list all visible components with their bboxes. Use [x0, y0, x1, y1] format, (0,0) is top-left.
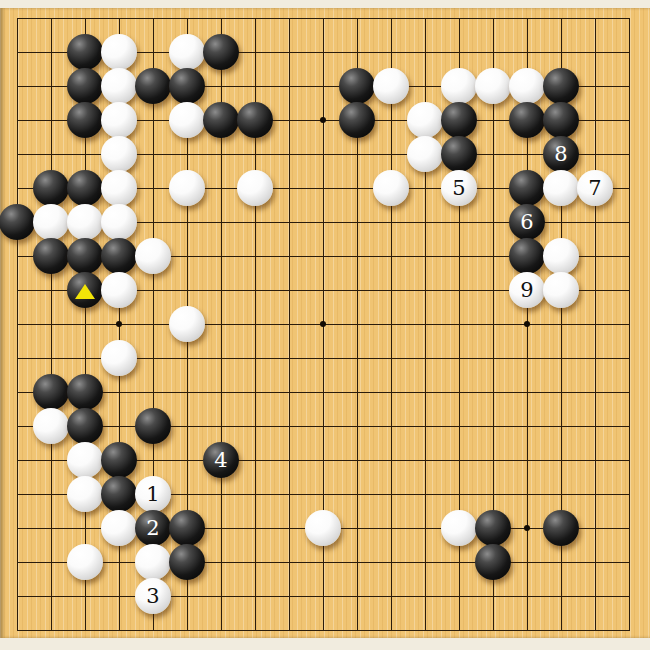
stone-white[interactable]	[101, 170, 137, 206]
stone-black[interactable]: 8	[543, 136, 579, 172]
move-number: 8	[554, 136, 567, 172]
stone-black[interactable]	[67, 34, 103, 70]
stone-black[interactable]	[135, 68, 171, 104]
stone-white[interactable]	[101, 340, 137, 376]
hoshi-point	[524, 321, 530, 327]
stone-white[interactable]: 9	[509, 272, 545, 308]
grid-vline	[595, 18, 596, 631]
stone-white[interactable]	[475, 68, 511, 104]
hoshi-point	[320, 321, 326, 327]
stone-white[interactable]	[135, 238, 171, 274]
stone-white[interactable]	[441, 510, 477, 546]
stone-black[interactable]	[543, 102, 579, 138]
stone-white[interactable]	[373, 68, 409, 104]
stone-black[interactable]	[67, 272, 103, 308]
stone-white[interactable]	[101, 34, 137, 70]
board-frame: 857694123	[0, 0, 650, 650]
stone-black[interactable]	[67, 68, 103, 104]
stone-black[interactable]	[33, 374, 69, 410]
stone-black[interactable]	[67, 408, 103, 444]
stone-black[interactable]	[339, 68, 375, 104]
grid-vline	[289, 18, 290, 631]
stone-white[interactable]: 7	[577, 170, 613, 206]
grid-vline	[629, 18, 630, 631]
move-number: 9	[520, 272, 533, 308]
stone-black[interactable]: 6	[509, 204, 545, 240]
stone-white[interactable]	[441, 68, 477, 104]
stone-white[interactable]	[101, 272, 137, 308]
stone-black[interactable]	[101, 238, 137, 274]
stone-black[interactable]	[509, 170, 545, 206]
move-number: 4	[214, 442, 227, 478]
stone-black[interactable]	[441, 102, 477, 138]
stone-white[interactable]: 1	[135, 476, 171, 512]
stone-black[interactable]	[67, 102, 103, 138]
move-number: 2	[146, 510, 159, 546]
grid-vline	[391, 18, 392, 631]
stone-white[interactable]	[67, 544, 103, 580]
stone-black[interactable]	[169, 68, 205, 104]
stone-black[interactable]	[509, 238, 545, 274]
stone-black[interactable]	[543, 68, 579, 104]
stone-white[interactable]	[305, 510, 341, 546]
move-number: 6	[520, 204, 533, 240]
stone-black[interactable]	[441, 136, 477, 172]
stone-black[interactable]	[339, 102, 375, 138]
stone-black[interactable]	[67, 170, 103, 206]
move-number: 5	[452, 170, 465, 206]
stone-black[interactable]	[203, 34, 239, 70]
hoshi-point	[524, 525, 530, 531]
stone-black[interactable]	[237, 102, 273, 138]
stone-black[interactable]	[101, 442, 137, 478]
grid-vline	[51, 18, 52, 631]
stone-black[interactable]	[475, 544, 511, 580]
stone-black[interactable]	[475, 510, 511, 546]
move-number: 7	[588, 170, 601, 206]
stone-white[interactable]	[237, 170, 273, 206]
stone-black[interactable]	[169, 510, 205, 546]
stone-white[interactable]	[169, 34, 205, 70]
stone-white[interactable]	[407, 102, 443, 138]
stone-white[interactable]	[101, 102, 137, 138]
stone-white[interactable]: 5	[441, 170, 477, 206]
stone-white[interactable]	[169, 170, 205, 206]
stone-white[interactable]	[373, 170, 409, 206]
hoshi-point	[320, 117, 326, 123]
grid-vline	[17, 18, 18, 631]
stone-white[interactable]	[67, 204, 103, 240]
stone-white[interactable]	[543, 272, 579, 308]
stone-black[interactable]	[169, 544, 205, 580]
stone-black[interactable]	[67, 374, 103, 410]
stone-white[interactable]	[101, 68, 137, 104]
stone-white[interactable]	[101, 136, 137, 172]
stone-white[interactable]	[33, 204, 69, 240]
stone-black[interactable]	[33, 238, 69, 274]
stone-white[interactable]	[135, 544, 171, 580]
stone-white[interactable]	[543, 238, 579, 274]
stone-white[interactable]	[543, 170, 579, 206]
stone-white[interactable]	[101, 204, 137, 240]
stone-black[interactable]	[509, 102, 545, 138]
stone-black[interactable]: 4	[203, 442, 239, 478]
stone-black[interactable]	[0, 204, 35, 240]
stone-white[interactable]	[407, 136, 443, 172]
move-number: 3	[146, 578, 159, 614]
go-board[interactable]: 857694123	[0, 8, 650, 638]
stone-white[interactable]	[33, 408, 69, 444]
stone-white[interactable]	[169, 102, 205, 138]
stone-white[interactable]	[101, 510, 137, 546]
stone-white[interactable]	[67, 442, 103, 478]
triangle-marker-icon	[75, 284, 95, 299]
stone-black[interactable]	[543, 510, 579, 546]
stone-black[interactable]	[203, 102, 239, 138]
stone-black[interactable]	[67, 238, 103, 274]
stone-white[interactable]	[169, 306, 205, 342]
stone-black[interactable]	[33, 170, 69, 206]
stone-white[interactable]	[67, 476, 103, 512]
stone-black[interactable]: 2	[135, 510, 171, 546]
move-number: 1	[146, 476, 159, 512]
stone-black[interactable]	[101, 476, 137, 512]
hoshi-point	[116, 321, 122, 327]
stone-black[interactable]	[135, 408, 171, 444]
stone-white[interactable]: 3	[135, 578, 171, 614]
stone-white[interactable]	[509, 68, 545, 104]
